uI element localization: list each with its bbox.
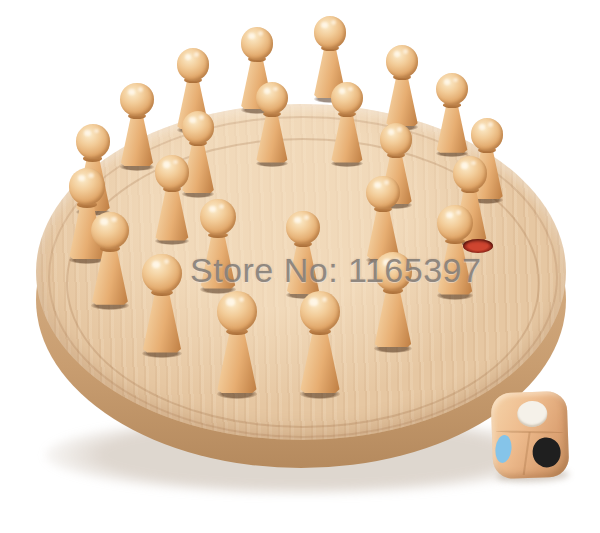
peg-r4c1[interactable] bbox=[214, 291, 260, 396]
peg-head bbox=[217, 291, 258, 332]
peg-head bbox=[436, 73, 468, 105]
peg-head bbox=[69, 168, 105, 205]
peg-head bbox=[386, 45, 419, 78]
peg-body bbox=[141, 292, 182, 352]
peg-head bbox=[453, 156, 487, 190]
peg-head bbox=[471, 118, 504, 151]
peg-head bbox=[120, 83, 153, 117]
peg-head bbox=[241, 27, 274, 60]
peg-head bbox=[177, 48, 210, 81]
peg-body bbox=[330, 114, 364, 163]
watermark: Store No: 1165397 bbox=[190, 251, 481, 290]
peg-body bbox=[91, 248, 130, 305]
peg-r3c1[interactable] bbox=[89, 212, 131, 308]
peg-head bbox=[286, 211, 319, 245]
peg-r2c3[interactable] bbox=[364, 176, 402, 262]
peg-body bbox=[373, 290, 413, 348]
peg-r4c0[interactable] bbox=[140, 254, 185, 356]
peg-head bbox=[366, 176, 399, 210]
peg-body bbox=[299, 331, 341, 393]
peg-body bbox=[120, 115, 155, 166]
peg-head bbox=[437, 205, 473, 241]
peg-r0c3[interactable] bbox=[384, 45, 421, 129]
peg-r2c1[interactable] bbox=[153, 155, 192, 243]
peg-head bbox=[182, 111, 215, 144]
peg-head bbox=[300, 291, 341, 332]
peg-head bbox=[256, 82, 288, 114]
peg-body bbox=[216, 331, 258, 393]
peg-head bbox=[200, 199, 236, 235]
peg-r0c4[interactable] bbox=[434, 73, 470, 155]
peg-r4c2[interactable] bbox=[297, 291, 343, 396]
peg-head bbox=[76, 124, 111, 159]
peg-head bbox=[331, 82, 363, 114]
product-photo: Store No: 1165397 bbox=[0, 0, 600, 533]
peg-head bbox=[380, 123, 413, 156]
peg-r1c3[interactable] bbox=[329, 82, 366, 165]
peg-body bbox=[255, 114, 289, 163]
peg-body bbox=[154, 189, 190, 241]
peg-head bbox=[155, 155, 189, 189]
peg-body bbox=[385, 77, 419, 127]
peg-head bbox=[142, 254, 182, 294]
peg-head bbox=[91, 212, 128, 249]
peg-body bbox=[435, 104, 468, 152]
color-die[interactable] bbox=[491, 391, 570, 480]
peg-head bbox=[314, 16, 347, 49]
peg-r1c2[interactable] bbox=[254, 82, 291, 165]
peg-r1c0[interactable] bbox=[118, 83, 156, 169]
